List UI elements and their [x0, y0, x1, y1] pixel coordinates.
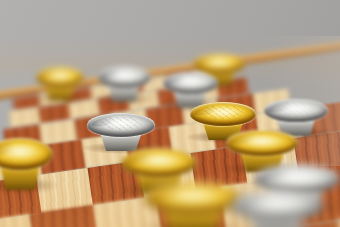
- ingot-gold: [0, 138, 53, 190]
- ingot-silver: [87, 113, 155, 151]
- ingot-rim-top: [231, 190, 323, 221]
- ingot-rim-top: [226, 130, 298, 156]
- ingot-rim-top: [121, 148, 197, 177]
- ingot-rim-top: [163, 72, 218, 94]
- photo-scene: [0, 0, 340, 227]
- ingot-rim-top: [87, 113, 155, 137]
- ingot-silver: [231, 190, 323, 227]
- ingot-silver: [98, 66, 151, 102]
- ingot-rim-top: [264, 99, 328, 122]
- ingot-rim-top: [36, 67, 84, 88]
- ingot-rim-top: [0, 138, 53, 170]
- ingot-rim-top: [193, 54, 245, 74]
- ingot-rim-top: [98, 66, 151, 88]
- ingot-rim-top: [190, 102, 256, 126]
- ingot-gold: [36, 67, 84, 101]
- ingot-rim-top: [144, 182, 242, 214]
- ingot-gold: [144, 182, 242, 227]
